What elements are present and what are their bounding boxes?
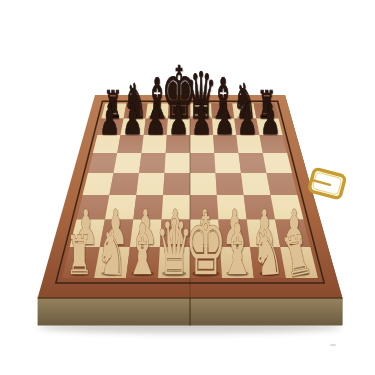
piece-glyph: ♟ bbox=[145, 96, 166, 144]
piece-glyph: ♟ bbox=[237, 96, 258, 144]
brass-clasp bbox=[309, 168, 346, 198]
piece-black-pawn-g7: ♟ bbox=[237, 96, 258, 144]
piece-black-pawn-b7: ♟ bbox=[122, 96, 143, 144]
piece-glyph: ♞ bbox=[95, 217, 129, 290]
piece-glyph: ♟ bbox=[168, 96, 189, 144]
piece-glyph: ♝ bbox=[125, 210, 160, 291]
piece-black-pawn-h7: ♟ bbox=[260, 96, 281, 144]
piece-black-pawn-e7: ♟ bbox=[191, 96, 212, 144]
shadow-speck bbox=[330, 344, 336, 347]
piece-glyph: ♟ bbox=[260, 96, 281, 144]
piece-black-pawn-a7: ♟ bbox=[99, 96, 120, 144]
piece-white-rook-a1: ♜ bbox=[66, 225, 93, 287]
piece-black-pawn-d7: ♟ bbox=[168, 96, 189, 144]
piece-glyph: ♜ bbox=[66, 225, 93, 287]
piece-white-bishop-f1: ♝ bbox=[220, 210, 255, 291]
piece-black-pawn-f7: ♟ bbox=[214, 96, 235, 144]
piece-glyph: ♟ bbox=[191, 96, 212, 144]
chess-set-photo: ♜♞♝♚♛♝♞♜♟♟♟♟♟♟♟♟♟♟♟♟♟♟♟♟♜♞♝♛♚♝♞♜ bbox=[0, 0, 375, 375]
piece-glyph: ♟ bbox=[122, 96, 143, 144]
piece-white-bishop-c1: ♝ bbox=[125, 210, 160, 291]
folding-chessboard: ♜♞♝♚♛♝♞♜♟♟♟♟♟♟♟♟♟♟♟♟♟♟♟♟♜♞♝♛♚♝♞♜ bbox=[0, 0, 375, 375]
piece-glyph: ♟ bbox=[214, 96, 235, 144]
piece-white-knight-b1: ♞ bbox=[95, 217, 129, 290]
piece-glyph: ♝ bbox=[220, 210, 255, 291]
piece-glyph: ♟ bbox=[99, 96, 120, 144]
piece-black-pawn-c7: ♟ bbox=[145, 96, 166, 144]
